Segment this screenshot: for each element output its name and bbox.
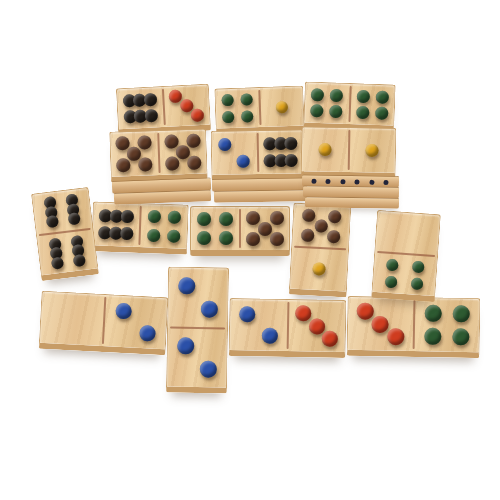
pip — [372, 315, 389, 332]
pip — [46, 215, 59, 228]
middle-stack-edge-2 — [214, 189, 307, 203]
domino-half-5 — [110, 131, 158, 177]
pip — [239, 306, 255, 322]
pip — [329, 105, 342, 118]
edge-pip-dot — [369, 180, 374, 185]
pip — [148, 210, 161, 223]
pip — [221, 94, 233, 106]
pip — [330, 88, 343, 101]
domino-4-5[interactable] — [190, 206, 290, 256]
pip — [261, 327, 277, 343]
right-stack-edge-3 — [305, 196, 399, 209]
domino-6-4[interactable] — [91, 201, 189, 254]
domino-half-2 — [167, 328, 227, 388]
stack-domino-4-1[interactable] — [214, 85, 305, 134]
domino-6-6[interactable] — [31, 187, 99, 281]
pip — [200, 361, 217, 378]
domino-3-4[interactable] — [346, 296, 480, 358]
pip — [219, 138, 232, 151]
pip — [178, 277, 195, 294]
domino-half-3 — [348, 297, 413, 351]
domino-half-4 — [215, 88, 259, 128]
pip — [270, 232, 284, 246]
pip — [302, 208, 316, 222]
domino-5-1[interactable] — [289, 203, 352, 298]
pip — [246, 232, 260, 246]
pip — [386, 258, 399, 271]
pip — [187, 155, 201, 169]
pip — [309, 318, 325, 334]
pip — [73, 253, 86, 266]
stack-domino-2-6[interactable] — [211, 129, 305, 181]
pip — [186, 134, 200, 148]
pip — [356, 89, 369, 102]
pip — [366, 144, 379, 157]
edge-pip-dot — [355, 180, 360, 185]
edge-pip-dot — [384, 180, 389, 185]
pip — [318, 143, 331, 156]
domino-half-2 — [230, 299, 287, 351]
domino-2-2[interactable] — [166, 266, 229, 393]
pip — [116, 158, 130, 172]
pip — [322, 330, 338, 346]
domino-half-1 — [290, 247, 348, 291]
pip — [300, 228, 314, 242]
pip — [240, 94, 252, 106]
pip — [385, 276, 398, 289]
pip — [219, 212, 233, 226]
pip — [241, 110, 253, 122]
pip — [144, 93, 158, 107]
pip — [375, 90, 388, 103]
edge-pip-dot — [340, 179, 345, 184]
domino-half-1 — [349, 128, 395, 173]
pip — [424, 327, 441, 344]
pip — [311, 88, 324, 101]
pip — [412, 260, 425, 273]
table-surface — [0, 0, 500, 500]
domino-half-4 — [350, 84, 395, 125]
domino-half-4 — [372, 252, 437, 296]
pip — [387, 328, 404, 345]
pip — [452, 328, 469, 345]
pip — [51, 256, 64, 269]
pip — [165, 156, 179, 170]
domino-half-1 — [302, 127, 348, 172]
domino-half-5 — [159, 129, 207, 175]
pip — [310, 105, 323, 118]
domino-half-5 — [292, 204, 350, 248]
pip — [168, 211, 181, 224]
pip — [328, 210, 342, 224]
domino-half-6 — [32, 188, 92, 234]
pip — [120, 227, 133, 240]
pip — [121, 210, 134, 223]
pip — [138, 136, 152, 150]
pip — [139, 325, 156, 342]
stack-domino-5-5[interactable] — [109, 128, 208, 182]
domino-half-6 — [37, 229, 97, 275]
pip — [197, 231, 211, 245]
pip — [356, 106, 369, 119]
pip — [285, 137, 298, 150]
pip — [285, 154, 298, 167]
pip — [295, 305, 311, 321]
pip — [115, 303, 132, 320]
pip — [424, 305, 441, 322]
pip — [237, 155, 250, 168]
edge-pip-dot — [326, 179, 331, 184]
pip — [144, 109, 158, 123]
domino-half-2 — [103, 295, 167, 349]
pip — [314, 219, 328, 233]
pip — [453, 306, 470, 323]
domino-half-4 — [414, 298, 479, 352]
domino-half-0 — [375, 211, 440, 255]
pip — [356, 302, 373, 319]
domino-half-3 — [163, 85, 210, 127]
pip — [191, 108, 205, 122]
pip — [275, 101, 287, 113]
pip — [177, 337, 194, 354]
pip — [270, 211, 284, 225]
pip — [219, 231, 233, 245]
pip — [167, 229, 180, 242]
domino-0-4[interactable] — [371, 210, 441, 302]
domino-2-3[interactable] — [229, 298, 347, 358]
edge-pip-dot — [311, 179, 316, 184]
pip — [375, 107, 388, 120]
domino-half-4 — [304, 82, 349, 123]
pip — [258, 222, 272, 236]
domino-half-2 — [168, 267, 228, 327]
domino-half-4 — [140, 204, 187, 249]
domino-half-0 — [40, 292, 104, 346]
pip — [312, 262, 326, 276]
domino-half-3 — [288, 300, 345, 352]
pip — [246, 211, 260, 225]
pip — [411, 277, 424, 290]
pip — [147, 228, 160, 241]
domino-half-5 — [241, 207, 289, 250]
pip — [327, 230, 341, 244]
pip — [201, 300, 218, 317]
stack-domino-4-4[interactable] — [303, 81, 396, 131]
pip — [222, 111, 234, 123]
domino-half-6 — [258, 130, 303, 174]
left-stack-edge-2 — [114, 189, 211, 204]
pip — [197, 212, 211, 226]
domino-half-1 — [260, 86, 304, 126]
domino-half-6 — [117, 87, 164, 129]
domino-half-6 — [92, 202, 139, 247]
domino-half-4 — [191, 207, 239, 250]
pip — [68, 212, 81, 225]
pip — [138, 157, 152, 171]
stack-domino-1-1[interactable] — [301, 126, 397, 179]
domino-half-2 — [212, 131, 257, 175]
domino-0-2[interactable] — [39, 291, 169, 356]
